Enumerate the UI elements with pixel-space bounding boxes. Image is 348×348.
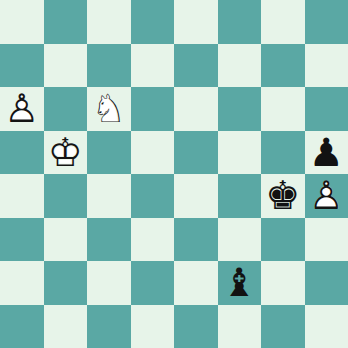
square-a2[interactable]	[0, 261, 44, 305]
square-c4[interactable]	[87, 174, 131, 218]
square-b1[interactable]	[44, 305, 88, 348]
square-h1[interactable]	[305, 305, 348, 348]
bishop-fill-layer: ♝	[222, 263, 257, 302]
king-outline-layer: ♔	[48, 133, 83, 172]
black-king-piece[interactable]: ♚	[261, 174, 305, 218]
square-b5[interactable]: ♚♔	[44, 131, 88, 175]
square-g5[interactable]	[261, 131, 305, 175]
square-b6[interactable]	[44, 87, 88, 131]
black-pawn-piece[interactable]: ♟	[305, 131, 348, 175]
square-f3[interactable]	[218, 218, 262, 262]
square-h3[interactable]	[305, 218, 348, 262]
square-b2[interactable]	[44, 261, 88, 305]
square-a5[interactable]	[0, 131, 44, 175]
chess-board: ♟♙♞♘♚♔♟♚♟♙♝	[0, 0, 348, 348]
square-b3[interactable]	[44, 218, 88, 262]
square-a8[interactable]	[0, 0, 44, 44]
square-e7[interactable]	[174, 44, 218, 88]
square-b7[interactable]	[44, 44, 88, 88]
square-h5[interactable]: ♟	[305, 131, 348, 175]
square-e6[interactable]	[174, 87, 218, 131]
square-b8[interactable]	[44, 0, 88, 44]
square-c8[interactable]	[87, 0, 131, 44]
square-d7[interactable]	[131, 44, 175, 88]
square-c6[interactable]: ♞♘	[87, 87, 131, 131]
square-f2[interactable]: ♝	[218, 261, 262, 305]
square-f7[interactable]	[218, 44, 262, 88]
square-c5[interactable]	[87, 131, 131, 175]
square-d6[interactable]	[131, 87, 175, 131]
square-c7[interactable]	[87, 44, 131, 88]
square-h2[interactable]	[305, 261, 348, 305]
square-e8[interactable]	[174, 0, 218, 44]
square-e1[interactable]	[174, 305, 218, 348]
square-e3[interactable]	[174, 218, 218, 262]
pawn-outline-layer: ♙	[309, 176, 344, 215]
square-g6[interactable]	[261, 87, 305, 131]
square-e2[interactable]	[174, 261, 218, 305]
pawn-outline-layer: ♙	[4, 89, 39, 128]
square-g3[interactable]	[261, 218, 305, 262]
square-c1[interactable]	[87, 305, 131, 348]
square-f1[interactable]	[218, 305, 262, 348]
square-a4[interactable]	[0, 174, 44, 218]
square-f5[interactable]	[218, 131, 262, 175]
square-g8[interactable]	[261, 0, 305, 44]
square-b4[interactable]	[44, 174, 88, 218]
pawn-fill-layer: ♟	[309, 133, 344, 172]
square-c3[interactable]	[87, 218, 131, 262]
square-f8[interactable]	[218, 0, 262, 44]
square-h8[interactable]	[305, 0, 348, 44]
square-d5[interactable]	[131, 131, 175, 175]
white-knight-piece[interactable]: ♞♘	[87, 87, 131, 131]
square-h4[interactable]: ♟♙	[305, 174, 348, 218]
square-f6[interactable]	[218, 87, 262, 131]
knight-outline-layer: ♘	[91, 89, 126, 128]
black-bishop-piece[interactable]: ♝	[218, 261, 262, 305]
square-c2[interactable]	[87, 261, 131, 305]
square-g1[interactable]	[261, 305, 305, 348]
square-e5[interactable]	[174, 131, 218, 175]
square-a3[interactable]	[0, 218, 44, 262]
square-g4[interactable]: ♚	[261, 174, 305, 218]
square-a1[interactable]	[0, 305, 44, 348]
square-d1[interactable]	[131, 305, 175, 348]
square-d4[interactable]	[131, 174, 175, 218]
square-h7[interactable]	[305, 44, 348, 88]
square-a6[interactable]: ♟♙	[0, 87, 44, 131]
square-e4[interactable]	[174, 174, 218, 218]
square-d3[interactable]	[131, 218, 175, 262]
square-a7[interactable]	[0, 44, 44, 88]
square-g7[interactable]	[261, 44, 305, 88]
square-f4[interactable]	[218, 174, 262, 218]
square-d8[interactable]	[131, 0, 175, 44]
white-pawn-piece[interactable]: ♟♙	[0, 87, 44, 131]
white-pawn-piece[interactable]: ♟♙	[305, 174, 348, 218]
square-d2[interactable]	[131, 261, 175, 305]
square-h6[interactable]	[305, 87, 348, 131]
king-fill-layer: ♚	[265, 176, 300, 215]
white-king-piece[interactable]: ♚♔	[44, 131, 88, 175]
square-g2[interactable]	[261, 261, 305, 305]
